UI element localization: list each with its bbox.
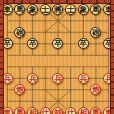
piece-black-soldier[interactable]: 卒 bbox=[52, 38, 63, 49]
piece-black-horse[interactable]: 馬 bbox=[14, 4, 25, 15]
piece-black-advisor[interactable]: 士 bbox=[65, 4, 76, 15]
piece-red-soldier[interactable]: 兵 bbox=[78, 73, 89, 84]
board-frame-left bbox=[0, 0, 4, 114]
board-frame-right bbox=[110, 0, 114, 114]
piece-black-advisor[interactable]: 士 bbox=[40, 4, 51, 15]
piece-red-advisor[interactable]: 仕 bbox=[65, 107, 76, 114]
piece-red-advisor[interactable]: 仕 bbox=[40, 107, 51, 114]
piece-red-general[interactable]: 帥 bbox=[52, 107, 63, 114]
piece-red-horse[interactable]: 馬 bbox=[14, 107, 25, 114]
piece-red-cannon[interactable]: 炮 bbox=[90, 84, 101, 95]
piece-red-elephant[interactable]: 相 bbox=[78, 107, 89, 114]
piece-red-elephant[interactable]: 相 bbox=[27, 107, 38, 114]
piece-red-horse[interactable]: 馬 bbox=[90, 107, 101, 114]
xiangqi-board: 車馬象士將士象馬車砲砲卒卒卒卒卒兵兵兵兵兵炮炮車馬相仕帥仕相馬車 bbox=[0, 0, 114, 114]
piece-black-elephant[interactable]: 象 bbox=[27, 4, 38, 15]
piece-black-elephant[interactable]: 象 bbox=[78, 4, 89, 15]
piece-red-cannon[interactable]: 炮 bbox=[14, 84, 25, 95]
board-frame-top bbox=[0, 0, 114, 4]
piece-black-general[interactable]: 將 bbox=[52, 4, 63, 15]
board-grid-lines bbox=[0, 0, 114, 114]
piece-black-cannon[interactable]: 砲 bbox=[14, 27, 25, 38]
piece-black-horse[interactable]: 馬 bbox=[90, 4, 101, 15]
piece-black-cannon[interactable]: 砲 bbox=[90, 27, 101, 38]
piece-red-soldier[interactable]: 兵 bbox=[52, 73, 63, 84]
piece-red-soldier[interactable]: 兵 bbox=[27, 73, 38, 84]
